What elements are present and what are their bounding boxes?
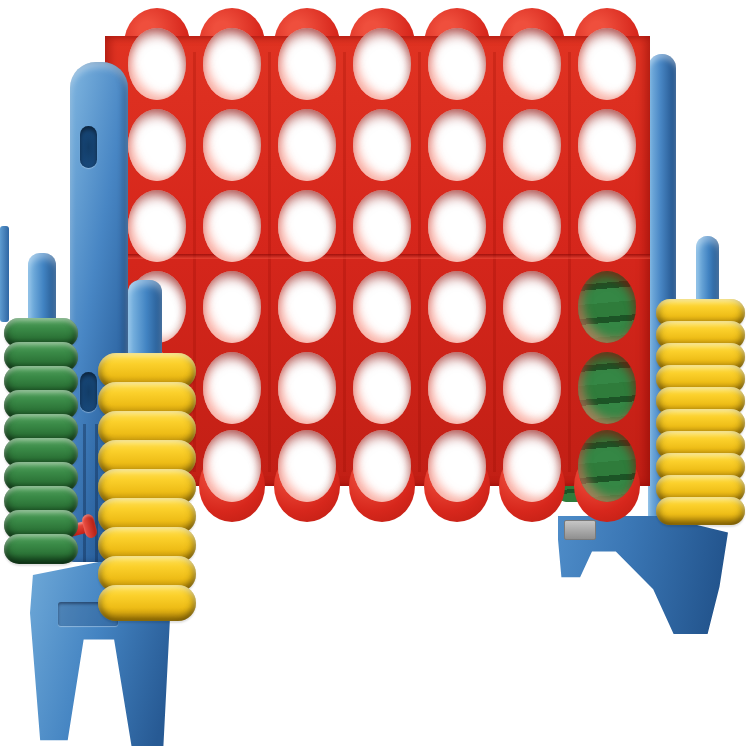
board-hole[interactable]: [278, 28, 336, 100]
board-hole[interactable]: [278, 271, 336, 343]
board-rib: [418, 52, 421, 472]
storage-post-tip: [696, 236, 719, 306]
board-hole[interactable]: [278, 190, 336, 262]
disc-stack-rear-left: [4, 253, 78, 564]
board-hole[interactable]: [353, 28, 411, 100]
board-hole[interactable]: [353, 352, 411, 424]
board-hole[interactable]: [203, 190, 261, 262]
board-rib: [343, 52, 346, 472]
board-hole[interactable]: [578, 190, 636, 262]
board-hole[interactable]: [503, 271, 561, 343]
board-hole[interactable]: [578, 28, 636, 100]
yellow-disc[interactable]: [656, 497, 745, 525]
board-hole[interactable]: [353, 109, 411, 181]
board-hole[interactable]: [578, 352, 636, 424]
board-hole[interactable]: [203, 109, 261, 181]
board-hole[interactable]: [278, 352, 336, 424]
board-hole[interactable]: [203, 271, 261, 343]
board-rib: [493, 52, 496, 472]
board-hole[interactable]: [128, 190, 186, 262]
disc-stack-front-right: [656, 236, 745, 525]
board-hole[interactable]: [128, 28, 186, 100]
board-hole[interactable]: [503, 430, 561, 502]
board-hole[interactable]: [278, 430, 336, 502]
board-hole[interactable]: [353, 430, 411, 502]
storage-post-tip: [28, 253, 56, 327]
board-rib: [568, 52, 571, 472]
board-hole[interactable]: [203, 352, 261, 424]
green-disc[interactable]: [4, 534, 78, 564]
right-leg-foot: [558, 516, 728, 634]
board-hole[interactable]: [503, 190, 561, 262]
board-hole[interactable]: [428, 430, 486, 502]
release-lever-arm: [81, 513, 98, 539]
board-hole[interactable]: [503, 109, 561, 181]
giant-connect-four-scene: [0, 0, 746, 750]
board-hole[interactable]: [428, 109, 486, 181]
board-hole[interactable]: [578, 430, 636, 502]
disc-stack-front-left: [98, 280, 196, 621]
board-hole[interactable]: [203, 28, 261, 100]
board-hole[interactable]: [353, 271, 411, 343]
board-hole[interactable]: [428, 190, 486, 262]
board-hole[interactable]: [578, 109, 636, 181]
board-hole[interactable]: [278, 109, 336, 181]
left-leg-slot-top: [80, 126, 97, 168]
board-hole[interactable]: [503, 352, 561, 424]
board-hole[interactable]: [203, 430, 261, 502]
board-hole[interactable]: [428, 352, 486, 424]
storage-post-tip: [128, 280, 162, 360]
yellow-disc[interactable]: [98, 585, 196, 621]
board-hole[interactable]: [353, 190, 411, 262]
board-hole[interactable]: [128, 109, 186, 181]
left-leg-slot-bottom: [80, 372, 97, 412]
board-hole[interactable]: [428, 271, 486, 343]
board-hole[interactable]: [578, 271, 636, 343]
board-hole[interactable]: [503, 28, 561, 100]
board-rib: [268, 52, 271, 472]
board-hole[interactable]: [428, 28, 486, 100]
